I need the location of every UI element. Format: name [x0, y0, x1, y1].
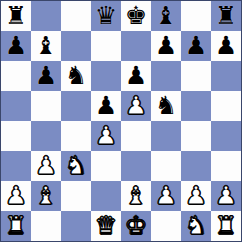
square-d5[interactable]: ♟: [91, 91, 121, 121]
square-c3[interactable]: ♞: [61, 151, 91, 181]
white-queen[interactable]: ♛: [95, 211, 117, 241]
white-rook[interactable]: ♜: [5, 211, 27, 241]
black-pawn[interactable]: ♟: [35, 61, 57, 91]
square-a3[interactable]: [1, 151, 31, 181]
black-bishop[interactable]: ♝: [155, 1, 177, 31]
square-g1[interactable]: ♞: [181, 211, 211, 241]
chess-board: ♜♛♚♝♜♟♝♟♟♟♟♞♟♟♟♞♟♟♞♟♝♝♟♟♟♜♛♚♞♜: [0, 0, 242, 242]
white-knight[interactable]: ♞: [185, 211, 207, 241]
square-a6[interactable]: [1, 61, 31, 91]
white-knight[interactable]: ♞: [65, 151, 87, 181]
black-rook[interactable]: ♜: [5, 1, 27, 31]
white-pawn[interactable]: ♟: [125, 91, 147, 121]
white-rook[interactable]: ♜: [215, 211, 237, 241]
square-c1[interactable]: [61, 211, 91, 241]
chess-board-wrapper: ♜♛♚♝♜♟♝♟♟♟♟♞♟♟♟♞♟♟♞♟♝♝♟♟♟♜♛♚♞♜: [0, 0, 242, 242]
square-g3[interactable]: [181, 151, 211, 181]
square-f1[interactable]: [151, 211, 181, 241]
square-e7[interactable]: [121, 31, 151, 61]
square-f7[interactable]: ♟: [151, 31, 181, 61]
square-g2[interactable]: ♟: [181, 181, 211, 211]
black-pawn[interactable]: ♟: [215, 31, 237, 61]
square-g6[interactable]: [181, 61, 211, 91]
white-pawn[interactable]: ♟: [185, 181, 207, 211]
square-c5[interactable]: [61, 91, 91, 121]
black-rook[interactable]: ♜: [215, 1, 237, 31]
black-bishop[interactable]: ♝: [35, 31, 57, 61]
white-pawn[interactable]: ♟: [35, 151, 57, 181]
square-b4[interactable]: [31, 121, 61, 151]
square-a1[interactable]: ♜: [1, 211, 31, 241]
square-a4[interactable]: [1, 121, 31, 151]
black-queen[interactable]: ♛: [95, 1, 117, 31]
square-c6[interactable]: ♞: [61, 61, 91, 91]
white-pawn[interactable]: ♟: [5, 181, 27, 211]
white-pawn[interactable]: ♟: [215, 181, 237, 211]
square-f6[interactable]: [151, 61, 181, 91]
square-f2[interactable]: ♟: [151, 181, 181, 211]
square-a8[interactable]: ♜: [1, 1, 31, 31]
black-pawn[interactable]: ♟: [5, 31, 27, 61]
white-pawn[interactable]: ♟: [155, 181, 177, 211]
square-c7[interactable]: [61, 31, 91, 61]
black-knight[interactable]: ♞: [155, 91, 177, 121]
square-d3[interactable]: [91, 151, 121, 181]
black-knight[interactable]: ♞: [65, 61, 87, 91]
square-d6[interactable]: [91, 61, 121, 91]
square-h3[interactable]: [211, 151, 241, 181]
square-h8[interactable]: ♜: [211, 1, 241, 31]
black-king[interactable]: ♚: [125, 1, 147, 31]
square-d8[interactable]: ♛: [91, 1, 121, 31]
square-d7[interactable]: [91, 31, 121, 61]
square-c4[interactable]: [61, 121, 91, 151]
square-b8[interactable]: [31, 1, 61, 31]
black-pawn[interactable]: ♟: [95, 91, 117, 121]
square-e6[interactable]: ♟: [121, 61, 151, 91]
square-g7[interactable]: ♟: [181, 31, 211, 61]
square-a5[interactable]: [1, 91, 31, 121]
black-pawn[interactable]: ♟: [155, 31, 177, 61]
square-a2[interactable]: ♟: [1, 181, 31, 211]
square-f4[interactable]: [151, 121, 181, 151]
square-h7[interactable]: ♟: [211, 31, 241, 61]
square-b5[interactable]: [31, 91, 61, 121]
square-g8[interactable]: [181, 1, 211, 31]
square-f3[interactable]: [151, 151, 181, 181]
square-e8[interactable]: ♚: [121, 1, 151, 31]
white-pawn[interactable]: ♟: [95, 121, 117, 151]
square-e3[interactable]: [121, 151, 151, 181]
square-e2[interactable]: ♝: [121, 181, 151, 211]
black-pawn[interactable]: ♟: [185, 31, 207, 61]
white-bishop[interactable]: ♝: [35, 181, 57, 211]
square-e4[interactable]: [121, 121, 151, 151]
square-b6[interactable]: ♟: [31, 61, 61, 91]
square-a7[interactable]: ♟: [1, 31, 31, 61]
square-b3[interactable]: ♟: [31, 151, 61, 181]
square-e1[interactable]: ♚: [121, 211, 151, 241]
white-bishop[interactable]: ♝: [125, 181, 147, 211]
white-king[interactable]: ♚: [125, 211, 147, 241]
square-b2[interactable]: ♝: [31, 181, 61, 211]
square-h6[interactable]: [211, 61, 241, 91]
square-h2[interactable]: ♟: [211, 181, 241, 211]
square-h1[interactable]: ♜: [211, 211, 241, 241]
square-d4[interactable]: ♟: [91, 121, 121, 151]
square-e5[interactable]: ♟: [121, 91, 151, 121]
square-d2[interactable]: [91, 181, 121, 211]
black-pawn[interactable]: ♟: [125, 61, 147, 91]
square-c2[interactable]: [61, 181, 91, 211]
square-h5[interactable]: [211, 91, 241, 121]
square-g4[interactable]: [181, 121, 211, 151]
square-c8[interactable]: [61, 1, 91, 31]
square-f8[interactable]: ♝: [151, 1, 181, 31]
square-b1[interactable]: [31, 211, 61, 241]
square-h4[interactable]: [211, 121, 241, 151]
square-g5[interactable]: [181, 91, 211, 121]
square-f5[interactable]: ♞: [151, 91, 181, 121]
square-d1[interactable]: ♛: [91, 211, 121, 241]
square-b7[interactable]: ♝: [31, 31, 61, 61]
